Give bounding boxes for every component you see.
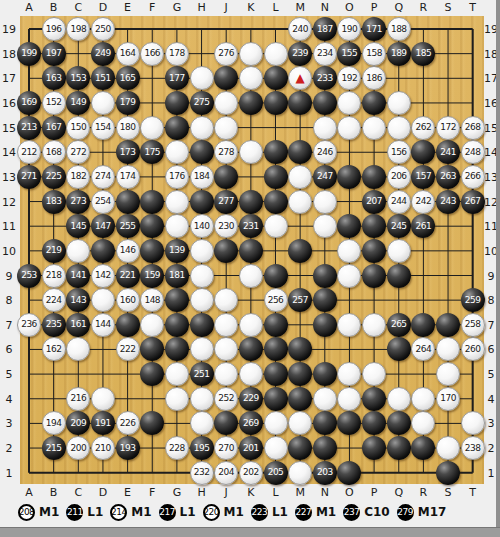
ko-caption-stone-214: 214 bbox=[110, 504, 127, 521]
stone-G8 bbox=[165, 288, 189, 312]
stone-P7 bbox=[362, 313, 386, 337]
stone-B8: 224 bbox=[42, 288, 66, 312]
stone-O15 bbox=[337, 116, 361, 140]
stone-B10: 219 bbox=[42, 239, 66, 263]
stone-E10: 146 bbox=[116, 239, 140, 263]
move-number-R12: 242 bbox=[416, 197, 432, 206]
stone-P12: 207 bbox=[362, 190, 386, 214]
move-number-B15: 167 bbox=[46, 123, 62, 132]
move-number-A13: 271 bbox=[21, 172, 37, 181]
move-number-A16: 169 bbox=[21, 98, 37, 107]
stone-A7: 236 bbox=[17, 313, 41, 337]
move-number-B7: 235 bbox=[46, 320, 62, 329]
coord-label-left-2: 2 bbox=[0, 442, 19, 455]
coord-label-bottom-T: T bbox=[463, 486, 483, 499]
coord-label-bottom-L: L bbox=[266, 486, 286, 499]
stone-P18: 158 bbox=[362, 42, 386, 66]
stone-F10 bbox=[140, 239, 164, 263]
stone-Q19: 188 bbox=[387, 17, 411, 41]
stone-S15: 172 bbox=[436, 116, 460, 140]
stone-A13: 271 bbox=[17, 165, 41, 189]
stone-E13: 174 bbox=[116, 165, 140, 189]
stone-B12: 183 bbox=[42, 190, 66, 214]
stone-K17 bbox=[239, 66, 263, 90]
move-number-N13: 247 bbox=[317, 172, 333, 181]
ko-caption-entry-223: 223L1 bbox=[251, 504, 288, 521]
stone-E18: 164 bbox=[116, 42, 140, 66]
stone-N5 bbox=[313, 362, 337, 386]
ko-caption-stone-227: 227 bbox=[295, 504, 312, 521]
coord-label-bottom-K: K bbox=[241, 486, 261, 499]
stone-C10 bbox=[66, 239, 90, 263]
window-edge-bottom bbox=[0, 527, 500, 537]
stone-E7 bbox=[116, 313, 140, 337]
stone-K7 bbox=[239, 313, 263, 337]
stone-S12: 243 bbox=[436, 190, 460, 214]
move-number-C17: 153 bbox=[70, 74, 86, 83]
coord-label-top-K: K bbox=[241, 1, 261, 14]
stone-E11: 255 bbox=[116, 214, 140, 238]
stone-M4 bbox=[288, 387, 312, 411]
stone-K2: 201 bbox=[239, 436, 263, 460]
stone-T3 bbox=[461, 411, 485, 435]
stone-J15 bbox=[214, 116, 238, 140]
move-number-E10: 146 bbox=[120, 246, 136, 255]
move-number-A15: 213 bbox=[21, 123, 37, 132]
move-number-C16: 149 bbox=[70, 98, 86, 107]
stone-T8: 259 bbox=[461, 288, 485, 312]
stone-N19: 187 bbox=[313, 17, 337, 41]
move-number-H1: 232 bbox=[194, 468, 210, 477]
stone-K10 bbox=[239, 239, 263, 263]
stone-D10 bbox=[91, 239, 115, 263]
stone-P2 bbox=[362, 436, 386, 460]
move-number-T15: 268 bbox=[465, 123, 481, 132]
stone-L12 bbox=[264, 190, 288, 214]
stone-H12 bbox=[190, 190, 214, 214]
stone-K18 bbox=[239, 42, 263, 66]
move-number-K3: 269 bbox=[243, 419, 259, 428]
stone-D15: 154 bbox=[91, 116, 115, 140]
stone-P5 bbox=[362, 362, 386, 386]
stone-D12: 254 bbox=[91, 190, 115, 214]
stone-F18: 166 bbox=[140, 42, 164, 66]
stone-Q18: 189 bbox=[387, 42, 411, 66]
move-number-B2: 215 bbox=[46, 444, 62, 453]
move-number-Q19: 188 bbox=[391, 25, 407, 34]
move-number-N19: 187 bbox=[317, 25, 333, 34]
stone-C15: 150 bbox=[66, 116, 90, 140]
coord-label-bottom-E: E bbox=[118, 486, 138, 499]
stone-N13: 247 bbox=[313, 165, 337, 189]
move-number-J4: 252 bbox=[218, 394, 234, 403]
stone-F9: 159 bbox=[140, 264, 164, 288]
move-number-M19: 240 bbox=[292, 25, 308, 34]
move-number-N14: 246 bbox=[317, 148, 333, 157]
move-number-L8: 256 bbox=[268, 296, 284, 305]
stone-R4 bbox=[411, 387, 435, 411]
stone-N2 bbox=[313, 436, 337, 460]
coord-label-bottom-D: D bbox=[93, 486, 113, 499]
ko-caption-stone-237: 237 bbox=[343, 504, 360, 521]
stone-Q14: 156 bbox=[387, 140, 411, 164]
stone-J4: 252 bbox=[214, 387, 238, 411]
move-number-D9: 142 bbox=[95, 271, 111, 280]
ko-caption-entry-214: 214M1 bbox=[110, 504, 151, 521]
stone-N1: 203 bbox=[313, 461, 337, 485]
coord-label-bottom-N: N bbox=[315, 486, 335, 499]
stone-F7 bbox=[140, 313, 164, 337]
stone-L14 bbox=[264, 140, 288, 164]
coord-label-top-S: S bbox=[438, 1, 458, 14]
stone-N15 bbox=[313, 116, 337, 140]
stone-G16 bbox=[165, 91, 189, 115]
stone-P4 bbox=[362, 387, 386, 411]
move-number-T8: 259 bbox=[465, 296, 481, 305]
move-number-T13: 266 bbox=[465, 172, 481, 181]
move-number-F18: 166 bbox=[144, 49, 160, 58]
move-number-B16: 152 bbox=[46, 98, 62, 107]
coord-label-bottom-Q: Q bbox=[389, 486, 409, 499]
stone-M10 bbox=[288, 239, 312, 263]
move-number-Q12: 244 bbox=[391, 197, 407, 206]
stone-H10 bbox=[190, 239, 214, 263]
move-number-K1: 202 bbox=[243, 468, 259, 477]
stone-L1: 205 bbox=[264, 461, 288, 485]
stone-T15: 268 bbox=[461, 116, 485, 140]
stone-H13: 184 bbox=[190, 165, 214, 189]
coord-label-top-O: O bbox=[339, 1, 359, 14]
move-number-Q14: 156 bbox=[391, 148, 407, 157]
stone-D8 bbox=[91, 288, 115, 312]
stone-B13: 225 bbox=[42, 165, 66, 189]
stone-H8 bbox=[190, 288, 214, 312]
coord-label-left-17: 17 bbox=[0, 72, 19, 85]
move-number-Q7: 265 bbox=[391, 320, 407, 329]
stone-K5 bbox=[239, 362, 263, 386]
move-number-A14: 212 bbox=[21, 148, 37, 157]
coord-label-top-R: R bbox=[413, 1, 433, 14]
stone-D11: 147 bbox=[91, 214, 115, 238]
stone-D4 bbox=[91, 387, 115, 411]
stone-M1 bbox=[288, 461, 312, 485]
coord-label-top-M: M bbox=[290, 1, 310, 14]
move-number-E3: 226 bbox=[120, 419, 136, 428]
ko-caption-entry-279: 279M17 bbox=[397, 504, 447, 521]
coord-label-left-11: 11 bbox=[0, 220, 19, 233]
stone-K11: 231 bbox=[239, 214, 263, 238]
stone-E14: 173 bbox=[116, 140, 140, 164]
stone-E12 bbox=[116, 190, 140, 214]
stone-S2 bbox=[436, 436, 460, 460]
stone-N7 bbox=[313, 313, 337, 337]
move-number-G9: 181 bbox=[169, 271, 185, 280]
coord-label-bottom-F: F bbox=[142, 486, 162, 499]
coord-label-top-P: P bbox=[364, 1, 384, 14]
stone-S13: 263 bbox=[436, 165, 460, 189]
move-number-H2: 195 bbox=[194, 444, 210, 453]
coord-label-top-D: D bbox=[93, 1, 113, 14]
stone-K9 bbox=[239, 264, 263, 288]
move-number-R15: 262 bbox=[416, 123, 432, 132]
stone-G9: 181 bbox=[165, 264, 189, 288]
stone-B19: 196 bbox=[42, 17, 66, 41]
coord-label-top-L: L bbox=[266, 1, 286, 14]
move-number-D15: 154 bbox=[95, 123, 111, 132]
ko-caption-point-211: L1 bbox=[87, 505, 103, 519]
move-number-C15: 150 bbox=[70, 123, 86, 132]
move-number-S13: 263 bbox=[440, 172, 456, 181]
move-number-M18: 239 bbox=[292, 49, 308, 58]
move-number-Q18: 189 bbox=[391, 49, 407, 58]
move-number-C19: 198 bbox=[70, 25, 86, 34]
stone-G5 bbox=[165, 362, 189, 386]
stone-H6 bbox=[190, 337, 214, 361]
move-number-Q13: 206 bbox=[391, 172, 407, 181]
stone-B9: 218 bbox=[42, 264, 66, 288]
stone-D18: 249 bbox=[91, 42, 115, 66]
coord-label-bottom-C: C bbox=[68, 486, 88, 499]
move-number-B13: 225 bbox=[46, 172, 62, 181]
move-number-F9: 159 bbox=[144, 271, 160, 280]
coord-label-top-N: N bbox=[315, 1, 335, 14]
move-number-B10: 219 bbox=[46, 246, 62, 255]
move-number-E11: 255 bbox=[120, 222, 136, 231]
ko-caption-entry-237: 237C10 bbox=[343, 504, 390, 521]
move-number-P18: 158 bbox=[366, 49, 382, 58]
stone-A9: 253 bbox=[17, 264, 41, 288]
move-number-B9: 218 bbox=[46, 271, 62, 280]
ko-caption-point-227: M1 bbox=[316, 505, 336, 519]
stone-H9 bbox=[190, 264, 214, 288]
move-number-K2: 201 bbox=[243, 444, 259, 453]
move-number-L1: 205 bbox=[268, 468, 284, 477]
stone-C12: 273 bbox=[66, 190, 90, 214]
ko-caption-stone-223: 223 bbox=[251, 504, 268, 521]
stone-G11 bbox=[165, 214, 189, 238]
move-number-G17: 177 bbox=[169, 74, 185, 83]
stone-C4: 216 bbox=[66, 387, 90, 411]
stone-N17: 233 bbox=[313, 66, 337, 90]
ko-caption-stone-217: 217 bbox=[159, 504, 176, 521]
move-number-D18: 249 bbox=[95, 49, 111, 58]
go-diagram: AABBCCDDEEFFGGHHJJKKLLMMNNOOPPQQRRSSTT19… bbox=[0, 0, 500, 537]
move-number-G2: 228 bbox=[169, 444, 185, 453]
move-number-T7: 258 bbox=[465, 320, 481, 329]
coord-label-top-T: T bbox=[463, 1, 483, 14]
stone-M13 bbox=[288, 165, 312, 189]
ko-move-caption: 208M1211L1214M1217L1220M1223L1227M1237C1… bbox=[18, 502, 496, 522]
ko-caption-entry-211: 211L1 bbox=[66, 504, 103, 521]
move-number-B3: 194 bbox=[46, 419, 62, 428]
coord-label-left-12: 12 bbox=[0, 196, 19, 209]
stone-G14 bbox=[165, 140, 189, 164]
stone-K14 bbox=[239, 140, 263, 164]
stone-A16: 169 bbox=[17, 91, 41, 115]
move-number-O17: 192 bbox=[342, 74, 358, 83]
stone-Q11: 245 bbox=[387, 214, 411, 238]
stone-G7 bbox=[165, 313, 189, 337]
move-number-A9: 253 bbox=[21, 271, 37, 280]
stone-D19: 250 bbox=[91, 17, 115, 41]
coord-label-left-19: 19 bbox=[0, 23, 19, 36]
stone-S7 bbox=[436, 313, 460, 337]
stone-G2: 228 bbox=[165, 436, 189, 460]
stone-Q16 bbox=[387, 91, 411, 115]
stone-L18 bbox=[264, 42, 288, 66]
move-number-H16: 275 bbox=[194, 98, 210, 107]
move-number-C2: 200 bbox=[70, 444, 86, 453]
move-number-D3: 191 bbox=[95, 419, 111, 428]
stone-L13 bbox=[264, 165, 288, 189]
stone-M2 bbox=[288, 436, 312, 460]
stone-B3: 194 bbox=[42, 411, 66, 435]
move-number-E16: 179 bbox=[120, 98, 136, 107]
move-number-Q11: 245 bbox=[391, 222, 407, 231]
stone-N4 bbox=[313, 387, 337, 411]
ko-caption-stone-279: 279 bbox=[397, 504, 414, 521]
move-number-H13: 184 bbox=[194, 172, 210, 181]
stone-M18: 239 bbox=[288, 42, 312, 66]
stone-T2: 238 bbox=[461, 436, 485, 460]
ko-caption-point-208: M1 bbox=[39, 505, 59, 519]
stone-J18: 276 bbox=[214, 42, 238, 66]
move-number-J1: 204 bbox=[218, 468, 234, 477]
stone-L6 bbox=[264, 337, 288, 361]
stone-N9 bbox=[313, 264, 337, 288]
stone-T6: 260 bbox=[461, 337, 485, 361]
stone-H11: 140 bbox=[190, 214, 214, 238]
stone-Q4 bbox=[387, 387, 411, 411]
stone-P10 bbox=[362, 239, 386, 263]
move-number-C11: 145 bbox=[70, 222, 86, 231]
stone-H2: 195 bbox=[190, 436, 214, 460]
move-number-H11: 140 bbox=[194, 222, 210, 231]
stone-J12: 277 bbox=[214, 190, 238, 214]
move-number-S12: 243 bbox=[440, 197, 456, 206]
move-number-C7: 161 bbox=[70, 320, 86, 329]
coord-label-top-F: F bbox=[142, 1, 162, 14]
move-number-O18: 155 bbox=[342, 49, 358, 58]
stone-N8 bbox=[313, 288, 337, 312]
stone-H7 bbox=[190, 313, 214, 337]
stone-H17 bbox=[190, 66, 214, 90]
stone-K16 bbox=[239, 91, 263, 115]
coord-label-bottom-J: J bbox=[216, 486, 236, 499]
move-number-B6: 162 bbox=[46, 345, 62, 354]
stone-E9: 221 bbox=[116, 264, 140, 288]
stone-E3: 226 bbox=[116, 411, 140, 435]
coord-label-top-G: G bbox=[167, 1, 187, 14]
stone-B15: 167 bbox=[42, 116, 66, 140]
move-number-J18: 276 bbox=[218, 49, 234, 58]
stone-N14: 246 bbox=[313, 140, 337, 164]
stone-L4 bbox=[264, 387, 288, 411]
stone-H16: 275 bbox=[190, 91, 214, 115]
move-number-F8: 148 bbox=[144, 296, 160, 305]
stone-K1: 202 bbox=[239, 461, 263, 485]
move-number-N18: 234 bbox=[317, 49, 333, 58]
ko-caption-stone-208: 208 bbox=[18, 504, 35, 521]
ko-caption-entry-217: 217L1 bbox=[159, 504, 196, 521]
coord-label-bottom-P: P bbox=[364, 486, 384, 499]
move-number-F14: 175 bbox=[144, 148, 160, 157]
stone-G10: 139 bbox=[165, 239, 189, 263]
stone-F12 bbox=[140, 190, 164, 214]
stone-B7: 235 bbox=[42, 313, 66, 337]
stone-H1: 232 bbox=[190, 461, 214, 485]
move-number-E17: 165 bbox=[120, 74, 136, 83]
stone-G4 bbox=[165, 387, 189, 411]
move-number-R6: 264 bbox=[416, 345, 432, 354]
stone-H14 bbox=[190, 140, 214, 164]
stone-A15: 213 bbox=[17, 116, 41, 140]
stone-D9: 142 bbox=[91, 264, 115, 288]
stone-Q7: 265 bbox=[387, 313, 411, 337]
last-move-triangle-marker: ▲ bbox=[296, 72, 305, 84]
move-number-R18: 185 bbox=[416, 49, 432, 58]
coord-label-top-Q: Q bbox=[389, 1, 409, 14]
stone-P15 bbox=[362, 116, 386, 140]
move-number-M8: 257 bbox=[292, 296, 308, 305]
stone-L9 bbox=[264, 264, 288, 288]
stone-E2: 193 bbox=[116, 436, 140, 460]
move-number-E15: 180 bbox=[120, 123, 136, 132]
move-number-J2: 270 bbox=[218, 444, 234, 453]
stone-H5: 251 bbox=[190, 362, 214, 386]
move-number-E6: 222 bbox=[120, 345, 136, 354]
move-number-C9: 141 bbox=[70, 271, 86, 280]
coord-label-bottom-M: M bbox=[290, 486, 310, 499]
move-number-B18: 197 bbox=[46, 49, 62, 58]
stone-E15: 180 bbox=[116, 116, 140, 140]
stone-S4: 170 bbox=[436, 387, 460, 411]
move-number-E13: 174 bbox=[120, 172, 136, 181]
stone-P9 bbox=[362, 264, 386, 288]
move-number-R13: 157 bbox=[416, 172, 432, 181]
coord-label-top-B: B bbox=[44, 1, 64, 14]
move-number-J14: 278 bbox=[218, 148, 234, 157]
coord-label-bottom-G: G bbox=[167, 486, 187, 499]
stone-P13 bbox=[362, 165, 386, 189]
stone-P16 bbox=[362, 91, 386, 115]
move-number-C12: 273 bbox=[70, 197, 86, 206]
move-number-E9: 221 bbox=[120, 271, 136, 280]
move-number-D17: 151 bbox=[95, 74, 111, 83]
coord-label-left-8: 8 bbox=[0, 294, 19, 307]
stone-Q3 bbox=[387, 411, 411, 435]
coord-label-left-5: 5 bbox=[0, 368, 19, 381]
stone-L7 bbox=[264, 313, 288, 337]
move-number-C14: 272 bbox=[70, 148, 86, 157]
move-number-E18: 164 bbox=[120, 49, 136, 58]
move-number-A18: 199 bbox=[21, 49, 37, 58]
stone-M12 bbox=[288, 190, 312, 214]
stone-N12 bbox=[313, 190, 337, 214]
move-number-E8: 160 bbox=[120, 296, 136, 305]
ko-caption-point-214: M1 bbox=[131, 505, 151, 519]
move-number-G18: 178 bbox=[169, 49, 185, 58]
move-number-B17: 163 bbox=[46, 74, 62, 83]
stone-Q9 bbox=[387, 264, 411, 288]
move-number-J11: 230 bbox=[218, 222, 234, 231]
coord-label-bottom-A: A bbox=[19, 486, 39, 499]
stone-E8: 160 bbox=[116, 288, 140, 312]
stone-J16 bbox=[214, 91, 238, 115]
move-number-A7: 236 bbox=[21, 320, 37, 329]
stone-A18: 199 bbox=[17, 42, 41, 66]
stone-L8: 256 bbox=[264, 288, 288, 312]
